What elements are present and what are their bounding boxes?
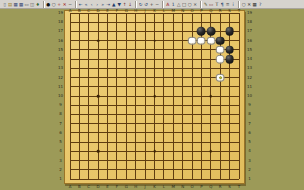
coord-bottom: D xyxy=(97,185,100,189)
coord-left: 11 xyxy=(58,85,63,89)
star-point xyxy=(97,150,100,153)
coord-top: G xyxy=(125,9,128,13)
coord-top: P xyxy=(200,9,202,13)
toolbar-separator xyxy=(135,1,136,8)
app-window: ▯▤▦▩▭◫♦●○+✕−⇤«‹›»⇥▲▼↑↓↻↺+−A1△□○×✎▭T¶≡i○✕… xyxy=(0,0,304,190)
toolbar-separator xyxy=(200,1,201,8)
coord-bottom: R xyxy=(219,185,222,189)
coord-top: K xyxy=(153,9,156,13)
coord-right: 5 xyxy=(248,140,251,144)
coord-top: E xyxy=(106,9,109,13)
star-point xyxy=(97,39,100,42)
coord-bottom: O xyxy=(190,185,193,189)
grid-line-horizontal xyxy=(70,179,239,180)
coord-bottom: F xyxy=(116,185,118,189)
coord-bottom: T xyxy=(238,185,240,189)
coord-left: 10 xyxy=(58,94,63,98)
grid-line-horizontal xyxy=(70,142,239,143)
white-stone-R15[interactable] xyxy=(216,46,225,55)
black-stone-R16[interactable] xyxy=(216,36,225,45)
coord-right: 10 xyxy=(247,94,252,98)
coord-right: 15 xyxy=(247,48,252,52)
coord-top: S xyxy=(228,9,231,13)
coord-bottom: B xyxy=(78,185,81,189)
white-stone-R14[interactable] xyxy=(216,55,225,64)
coord-left: 7 xyxy=(59,122,62,126)
grid-line-horizontal xyxy=(70,123,239,124)
coord-left: 12 xyxy=(58,76,63,80)
coord-left: 16 xyxy=(58,39,63,43)
coord-right: 4 xyxy=(248,149,251,153)
coord-left: 19 xyxy=(58,11,63,15)
coord-left: 4 xyxy=(59,149,62,153)
help-icon[interactable]: ? xyxy=(258,1,264,8)
coord-top: R xyxy=(219,9,222,13)
coord-left: 9 xyxy=(59,103,62,107)
coord-bottom: N xyxy=(181,185,184,189)
coord-bottom: A xyxy=(69,185,72,189)
coord-right: 19 xyxy=(247,11,252,15)
toolbar-separator xyxy=(43,1,44,8)
black-stone-S14[interactable] xyxy=(225,55,234,64)
coord-left: 13 xyxy=(58,66,63,70)
coord-bottom: Q xyxy=(209,185,212,189)
black-stone-S15[interactable] xyxy=(225,46,234,55)
coord-top: J xyxy=(145,9,146,13)
mark-cross-icon[interactable]: × xyxy=(193,1,199,8)
coord-bottom: S xyxy=(228,185,231,189)
grid-line-vertical xyxy=(182,13,183,179)
coord-top: L xyxy=(163,9,165,13)
coord-left: 18 xyxy=(58,20,63,24)
star-point xyxy=(210,150,213,153)
coord-right: 11 xyxy=(247,85,252,89)
grid-line-horizontal xyxy=(70,114,239,115)
coord-top: M xyxy=(172,9,175,13)
coord-bottom: C xyxy=(87,185,90,189)
star-point xyxy=(153,39,156,42)
white-stone-P16[interactable] xyxy=(197,36,206,45)
coord-top: A xyxy=(69,9,72,13)
coord-right: 17 xyxy=(247,29,252,33)
coord-bottom: M xyxy=(172,185,175,189)
coord-right: 2 xyxy=(248,168,251,172)
coord-left: 3 xyxy=(59,159,62,163)
coord-top: N xyxy=(181,9,184,13)
star-point xyxy=(210,95,213,98)
coord-bottom: P xyxy=(200,185,202,189)
star-point xyxy=(153,95,156,98)
coord-left: 15 xyxy=(58,48,63,52)
grid-line-horizontal xyxy=(70,105,239,106)
pass-icon[interactable]: − xyxy=(68,1,74,8)
star-point xyxy=(97,95,100,98)
coord-right: 6 xyxy=(248,131,251,135)
setup-icon[interactable]: ♦ xyxy=(35,1,41,8)
coord-left: 14 xyxy=(58,57,63,61)
coord-right: 13 xyxy=(247,66,252,70)
toolbar-separator xyxy=(238,1,239,8)
coord-top: O xyxy=(190,9,193,13)
grid-line-vertical xyxy=(173,13,174,179)
coord-right: 1 xyxy=(248,177,251,181)
next-comment-icon[interactable]: ↓ xyxy=(128,1,134,8)
coord-bottom: L xyxy=(163,185,165,189)
zoom-out-icon[interactable]: − xyxy=(155,1,161,8)
coord-left: 5 xyxy=(59,140,62,144)
coord-left: 2 xyxy=(59,168,62,172)
coord-right: 3 xyxy=(248,159,251,163)
grid-line-horizontal xyxy=(70,132,239,133)
coord-top: F xyxy=(116,9,118,13)
info-icon[interactable]: i xyxy=(231,1,237,8)
black-stone-P17[interactable] xyxy=(197,27,206,36)
coord-top: H xyxy=(134,9,137,13)
coord-top: D xyxy=(97,9,100,13)
coord-right: 7 xyxy=(248,122,251,126)
coord-top: C xyxy=(87,9,90,13)
grid-line-horizontal xyxy=(70,160,239,161)
coord-right: 12 xyxy=(247,76,252,80)
toolbar-separator xyxy=(162,1,163,8)
grid-line-horizontal xyxy=(70,169,239,170)
star-point xyxy=(153,150,156,153)
coord-right: 8 xyxy=(248,112,251,116)
coord-right: 9 xyxy=(248,103,251,107)
coord-top: T xyxy=(238,9,240,13)
coord-bottom: J xyxy=(145,185,146,189)
coord-right: 14 xyxy=(247,57,252,61)
toolbar: ▯▤▦▩▭◫♦●○+✕−⇤«‹›»⇥▲▼↑↓↻↺+−A1△□○×✎▭T¶≡i○✕… xyxy=(0,0,304,9)
coord-bottom: E xyxy=(106,185,109,189)
grid-line-vertical xyxy=(239,13,240,179)
last-move-marker xyxy=(219,76,222,79)
coord-right: 16 xyxy=(247,39,252,43)
coord-left: 1 xyxy=(59,177,62,181)
coord-top: B xyxy=(78,9,81,13)
go-board-grid[interactable] xyxy=(70,13,239,179)
grid-line-vertical xyxy=(163,13,164,179)
coord-bottom: K xyxy=(153,185,156,189)
white-stone-Q16[interactable] xyxy=(206,36,215,45)
coord-right: 18 xyxy=(247,20,252,24)
grid-line-vertical xyxy=(229,13,230,179)
coord-bottom: G xyxy=(125,185,128,189)
coord-top: Q xyxy=(209,9,212,13)
white-stone-O16[interactable] xyxy=(188,36,197,45)
coord-left: 17 xyxy=(58,29,63,33)
black-stone-S17[interactable] xyxy=(225,27,234,36)
coord-bottom: H xyxy=(134,185,137,189)
white-stone-R12[interactable] xyxy=(216,73,225,82)
toolbar-separator xyxy=(75,1,76,8)
coord-left: 8 xyxy=(59,112,62,116)
coord-left: 6 xyxy=(59,131,62,135)
black-stone-Q17[interactable] xyxy=(206,27,215,36)
